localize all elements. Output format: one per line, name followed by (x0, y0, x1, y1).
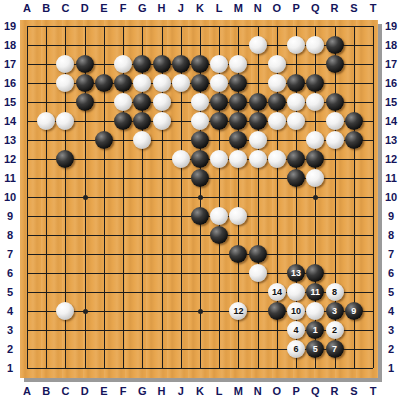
star-point (198, 309, 203, 314)
coord-label-left: 18 (1, 39, 19, 52)
coord-label-top: K (191, 2, 209, 15)
star-point (83, 309, 88, 314)
coord-label-bottom: O (268, 385, 286, 398)
coord-label-top: O (268, 2, 286, 15)
stone-N18[interactable] (249, 36, 267, 54)
stone-J16[interactable] (172, 74, 190, 92)
stone-P15[interactable] (287, 93, 305, 111)
coord-label-bottom: C (56, 385, 74, 398)
stone-K15[interactable] (191, 93, 209, 111)
stone-P16[interactable] (287, 74, 305, 92)
coord-label-right: 4 (382, 305, 400, 318)
coord-label-bottom: S (345, 385, 363, 398)
coord-label-top: E (95, 2, 113, 15)
stone-P5[interactable] (287, 283, 305, 301)
star-point (198, 195, 203, 200)
coord-label-right: 6 (382, 267, 400, 280)
stone-F16[interactable] (114, 74, 132, 92)
stone-N6[interactable] (249, 264, 267, 282)
coord-label-bottom: F (114, 385, 132, 398)
coord-label-left: 8 (1, 229, 19, 242)
coord-label-right: 5 (382, 286, 400, 299)
stone-S14[interactable] (345, 112, 363, 130)
stone-O12[interactable] (268, 150, 286, 168)
coord-label-bottom: B (37, 385, 55, 398)
coord-label-right: 3 (382, 324, 400, 337)
stone-K11[interactable] (191, 169, 209, 187)
grid-line-horizontal (27, 254, 373, 255)
stone-K17[interactable] (191, 55, 209, 73)
coord-label-left: 12 (1, 153, 19, 166)
star-point (83, 195, 88, 200)
coord-label-left: 4 (1, 305, 19, 318)
stone-F14[interactable] (114, 112, 132, 130)
coord-label-top: G (133, 2, 151, 15)
coord-label-top: J (172, 2, 190, 15)
coord-label-left: 9 (1, 210, 19, 223)
coord-label-bottom: P (287, 385, 305, 398)
coord-label-left: 3 (1, 324, 19, 337)
stone-F17[interactable] (114, 55, 132, 73)
coord-label-left: 6 (1, 267, 19, 280)
coord-label-right: 12 (382, 153, 400, 166)
coord-label-bottom: T (364, 385, 382, 398)
stone-O14[interactable] (268, 112, 286, 130)
coord-label-right: 15 (382, 96, 400, 109)
coord-label-top: Q (306, 2, 324, 15)
stone-H14[interactable] (153, 112, 171, 130)
coord-label-bottom: K (191, 385, 209, 398)
stone-N14[interactable] (249, 112, 267, 130)
stone-P14[interactable] (287, 112, 305, 130)
stone-R14[interactable] (326, 112, 344, 130)
stone-K16[interactable] (191, 74, 209, 92)
coord-label-right: 14 (382, 115, 400, 128)
coord-label-right: 1 (382, 362, 400, 375)
stone-R3-move-2[interactable]: 2 (326, 321, 344, 339)
coord-label-right: 16 (382, 77, 400, 90)
coord-label-left: 17 (1, 58, 19, 71)
stone-N7[interactable] (249, 245, 267, 263)
go-board-screen: AABBCCDDEEFFGGHHJJKKLLMMNNOOPPQQRRSSTT19… (0, 0, 400, 400)
stone-R5-move-8[interactable]: 8 (326, 283, 344, 301)
stone-K9[interactable] (191, 207, 209, 225)
stone-R13[interactable] (326, 131, 344, 149)
stone-R2-move-7[interactable]: 7 (326, 340, 344, 358)
stone-H17[interactable] (153, 55, 171, 73)
stone-R17[interactable] (326, 55, 344, 73)
stone-O17[interactable] (268, 55, 286, 73)
coord-label-top: B (37, 2, 55, 15)
stone-P11[interactable] (287, 169, 305, 187)
coord-label-bottom: J (172, 385, 190, 398)
stone-J17[interactable] (172, 55, 190, 73)
stone-D17[interactable] (76, 55, 94, 73)
coord-label-left: 10 (1, 191, 19, 204)
grid-line-horizontal (27, 368, 373, 369)
grid-line-vertical (258, 26, 259, 368)
coord-label-right: 17 (382, 58, 400, 71)
coord-label-top: F (114, 2, 132, 15)
stone-P6-move-13[interactable]: 13 (287, 264, 305, 282)
coord-label-top: H (153, 2, 171, 15)
stone-H15[interactable] (153, 93, 171, 111)
stone-K14[interactable] (191, 112, 209, 130)
stone-J12[interactable] (172, 150, 190, 168)
coord-label-left: 5 (1, 286, 19, 299)
stone-P2-move-6[interactable]: 6 (287, 340, 305, 358)
coord-label-top: N (249, 2, 267, 15)
coord-label-bottom: H (153, 385, 171, 398)
coord-label-bottom: G (133, 385, 151, 398)
stone-P4-move-10[interactable]: 10 (287, 302, 305, 320)
stone-N12[interactable] (249, 150, 267, 168)
coord-label-bottom: R (326, 385, 344, 398)
coord-label-left: 13 (1, 134, 19, 147)
coord-label-right: 9 (382, 210, 400, 223)
stone-D16[interactable] (76, 74, 94, 92)
stone-P18[interactable] (287, 36, 305, 54)
stone-H16[interactable] (153, 74, 171, 92)
stone-R4-move-3[interactable]: 3 (326, 302, 344, 320)
stone-E16[interactable] (95, 74, 113, 92)
coord-label-left: 19 (1, 20, 19, 33)
stone-O4[interactable] (268, 302, 286, 320)
stone-R18[interactable] (326, 36, 344, 54)
stone-P3-move-4[interactable]: 4 (287, 321, 305, 339)
coord-label-left: 7 (1, 248, 19, 261)
coord-label-bottom: N (249, 385, 267, 398)
stone-O15[interactable] (268, 93, 286, 111)
stone-E13[interactable] (95, 131, 113, 149)
coord-label-bottom: A (18, 385, 36, 398)
coord-label-bottom: Q (306, 385, 324, 398)
coord-label-right: 2 (382, 343, 400, 356)
stone-S4-move-9[interactable]: 9 (345, 302, 363, 320)
coord-label-left: 1 (1, 362, 19, 375)
coord-label-top: D (76, 2, 94, 15)
stone-P12[interactable] (287, 150, 305, 168)
stone-O16[interactable] (268, 74, 286, 92)
stone-K13[interactable] (191, 131, 209, 149)
coord-label-right: 18 (382, 39, 400, 52)
stone-R15[interactable] (326, 93, 344, 111)
stone-K12[interactable] (191, 150, 209, 168)
coord-label-top: L (210, 2, 228, 15)
coord-label-right: 10 (382, 191, 400, 204)
coord-label-bottom: D (76, 385, 94, 398)
coord-label-left: 15 (1, 96, 19, 109)
grid-line-vertical (373, 26, 374, 368)
coord-label-right: 11 (382, 172, 400, 185)
coord-label-bottom: L (210, 385, 228, 398)
coord-label-top: R (326, 2, 344, 15)
coord-label-top: A (18, 2, 36, 15)
stone-F15[interactable] (114, 93, 132, 111)
coord-label-right: 8 (382, 229, 400, 242)
coord-label-top: S (345, 2, 363, 15)
coord-label-right: 7 (382, 248, 400, 261)
coord-label-right: 13 (382, 134, 400, 147)
stone-N15[interactable] (249, 93, 267, 111)
stone-S13[interactable] (345, 131, 363, 149)
stone-O5-move-14[interactable]: 14 (268, 283, 286, 301)
stone-D15[interactable] (76, 93, 94, 111)
coord-label-right: 19 (382, 20, 400, 33)
coord-label-bottom: E (95, 385, 113, 398)
coord-label-top: T (364, 2, 382, 15)
coord-label-left: 2 (1, 343, 19, 356)
coord-label-left: 16 (1, 77, 19, 90)
grid-line-horizontal (27, 235, 373, 236)
coord-label-left: 14 (1, 115, 19, 128)
coord-label-top: C (56, 2, 74, 15)
coord-label-top: M (229, 2, 247, 15)
coord-label-bottom: M (229, 385, 247, 398)
coord-label-top: P (287, 2, 305, 15)
stone-N13[interactable] (249, 131, 267, 149)
coord-label-left: 11 (1, 172, 19, 185)
